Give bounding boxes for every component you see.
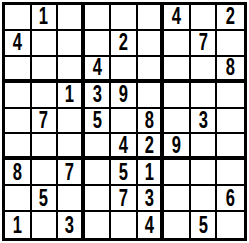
cell-r9c1: 1 [5,212,32,238]
cell-r8c4[interactable] [85,186,112,212]
cell-r2c5: 2 [111,31,138,57]
cell-r5c6: 8 [138,109,165,135]
cell-r8c1[interactable] [5,186,32,212]
cell-r6c9[interactable] [217,134,244,160]
given-digit: 4 [119,134,128,156]
given-digit: 5 [39,187,48,210]
given-digit: 5 [92,109,101,132]
given-digit: 3 [65,214,74,237]
cell-r9c3: 3 [58,212,85,238]
given-digit: 6 [226,187,235,210]
given-digit: 5 [119,161,128,184]
given-digit: 8 [226,57,235,79]
cell-r5c4: 5 [85,109,112,135]
given-digit: 1 [144,161,153,184]
cell-r2c8: 7 [191,31,218,57]
cell-r6c2[interactable] [32,134,59,160]
cell-r5c9[interactable] [217,109,244,135]
given-digit: 3 [92,83,101,106]
cell-r5c8: 3 [191,109,218,135]
cell-r3c8[interactable] [191,57,218,83]
cell-r7c1: 8 [5,160,32,186]
cell-r3c4: 4 [85,57,112,83]
cell-r4c8[interactable] [191,83,218,109]
cell-r2c6[interactable] [138,31,165,57]
cell-r9c7[interactable] [164,212,191,238]
given-digit: 7 [199,31,208,54]
cell-r7c4[interactable] [85,160,112,186]
given-digit: 9 [119,83,128,106]
cell-r2c2[interactable] [32,31,59,57]
cell-r8c5: 7 [111,186,138,212]
given-digit: 4 [144,214,153,237]
cell-r1c7: 4 [164,5,191,31]
cell-r2c1: 4 [5,31,32,57]
cell-r9c8: 5 [191,212,218,238]
given-digit: 8 [144,109,153,132]
cell-r1c3[interactable] [58,5,85,31]
cell-r5c5[interactable] [111,109,138,135]
given-digit: 9 [172,134,181,156]
cell-r4c2[interactable] [32,83,59,109]
cell-r3c3[interactable] [58,57,85,83]
given-digit: 4 [13,31,22,54]
cell-r3c1[interactable] [5,57,32,83]
cell-r6c3[interactable] [58,134,85,160]
cell-r5c7[interactable] [164,109,191,135]
cell-r8c6: 3 [138,186,165,212]
cell-r3c5[interactable] [111,57,138,83]
given-digit: 3 [144,187,153,210]
cell-r6c8[interactable] [191,134,218,160]
cell-r2c3[interactable] [58,31,85,57]
cell-r1c2: 1 [32,5,59,31]
given-digit: 1 [65,83,74,106]
cell-r7c5: 5 [111,160,138,186]
cell-r7c2[interactable] [32,160,59,186]
cell-r5c3[interactable] [58,109,85,135]
cell-r1c9: 2 [217,5,244,31]
cell-r1c6[interactable] [138,5,165,31]
given-digit: 7 [65,161,74,184]
cell-r7c9[interactable] [217,160,244,186]
cell-r4c7[interactable] [164,83,191,109]
cell-r4c6[interactable] [138,83,165,109]
given-digit: 2 [226,5,235,28]
cell-r9c5[interactable] [111,212,138,238]
cell-r6c5: 4 [111,134,138,160]
cell-r8c3[interactable] [58,186,85,212]
given-digit: 1 [13,214,22,237]
given-digit: 7 [39,109,48,132]
given-digit: 3 [199,109,208,132]
cell-r8c9: 6 [217,186,244,212]
cell-r9c6: 4 [138,212,165,238]
cell-r1c1[interactable] [5,5,32,31]
cell-r7c7[interactable] [164,160,191,186]
cell-r3c2[interactable] [32,57,59,83]
cell-r9c4[interactable] [85,212,112,238]
cell-r6c1[interactable] [5,134,32,160]
cell-r4c1[interactable] [5,83,32,109]
cell-r6c6: 2 [138,134,165,160]
cell-r7c8[interactable] [191,160,218,186]
given-digit: 2 [119,31,128,54]
given-digit: 7 [119,187,128,210]
cell-r9c9[interactable] [217,212,244,238]
sudoku-board: 142427481397583429875157361345 [2,2,247,241]
given-digit: 5 [199,214,208,237]
cell-r3c6[interactable] [138,57,165,83]
cell-r6c7: 9 [164,134,191,160]
cell-r4c5: 9 [111,83,138,109]
cell-r9c2[interactable] [32,212,59,238]
cell-r5c2: 7 [32,109,59,135]
given-digit: 8 [13,161,22,184]
cell-r4c3: 1 [58,83,85,109]
cell-r3c7[interactable] [164,57,191,83]
cell-r1c8[interactable] [191,5,218,31]
cell-r7c6: 1 [138,160,165,186]
cell-r4c9[interactable] [217,83,244,109]
cell-r8c2: 5 [32,186,59,212]
cell-r2c7[interactable] [164,31,191,57]
cell-r2c9[interactable] [217,31,244,57]
given-digit: 4 [172,5,181,28]
given-digit: 4 [92,57,101,79]
sudoku-page: 142427481397583429875157361345 [0,0,249,243]
cell-r2c4[interactable] [85,31,112,57]
cell-r8c7[interactable] [164,186,191,212]
cell-r6c4[interactable] [85,134,112,160]
given-digit: 1 [39,5,48,28]
cell-r4c4: 3 [85,83,112,109]
cell-r1c4[interactable] [85,5,112,31]
cell-r8c8[interactable] [191,186,218,212]
given-digit: 2 [144,134,153,156]
cell-r5c1[interactable] [5,109,32,135]
cell-r7c3: 7 [58,160,85,186]
cell-r1c5[interactable] [111,5,138,31]
cell-r3c9: 8 [217,57,244,83]
